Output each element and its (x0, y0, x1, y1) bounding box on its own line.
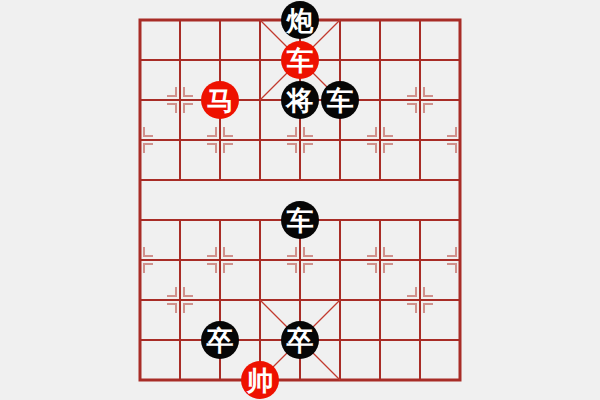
piece-black-chariot-f5r2[interactable]: 车 (321, 81, 359, 119)
piece-black-cannon-f4r0[interactable]: 炮 (281, 1, 319, 39)
piece-red-general-f3r9[interactable]: 帅 (241, 361, 279, 399)
piece-black-chariot-f4r5[interactable]: 车 (281, 201, 319, 239)
piece-black-general-f4r2[interactable]: 将 (281, 81, 319, 119)
piece-red-chariot-f4r1[interactable]: 车 (281, 41, 319, 79)
piece-black-pawn-f2r8[interactable]: 卒 (201, 321, 239, 359)
piece-black-pawn-f4r8[interactable]: 卒 (281, 321, 319, 359)
piece-layer: 炮车马将车车卒卒帅 (120, 0, 480, 400)
piece-red-horse-f2r2[interactable]: 马 (201, 81, 239, 119)
xiangqi-app: 炮车马将车车卒卒帅 (0, 0, 600, 400)
